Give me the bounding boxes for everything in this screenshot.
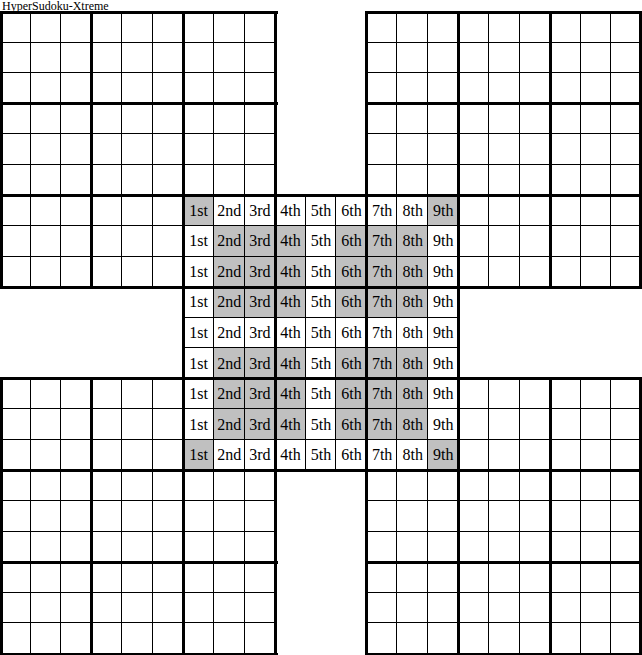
top-left-grid-cell[interactable]	[214, 134, 245, 165]
bottom-left-grid-cell[interactable]	[153, 409, 184, 440]
bottom-left-grid-cell[interactable]	[0, 501, 31, 532]
top-left-grid-cell[interactable]	[92, 195, 123, 226]
top-left-grid-cell[interactable]	[153, 226, 184, 257]
top-left-grid-cell[interactable]	[122, 195, 153, 226]
top-left-grid-cell[interactable]	[153, 195, 184, 226]
bottom-right-grid-cell[interactable]	[520, 440, 551, 471]
top-left-grid-cell[interactable]	[153, 73, 184, 104]
bottom-left-grid-cell[interactable]	[122, 593, 153, 624]
bottom-right-grid-cell[interactable]	[611, 379, 642, 410]
top-left-grid-cell[interactable]	[183, 165, 214, 196]
bottom-left-grid-cell[interactable]	[31, 562, 62, 593]
top-left-grid-cell[interactable]	[214, 104, 245, 135]
bottom-left-grid-cell[interactable]	[122, 532, 153, 563]
bottom-left-grid-cell[interactable]	[122, 471, 153, 502]
top-right-grid-cell[interactable]	[581, 226, 612, 257]
top-right-grid-cell[interactable]	[397, 12, 428, 43]
top-left-grid-cell[interactable]	[245, 104, 276, 135]
bottom-left-grid-cell[interactable]	[214, 532, 245, 563]
bottom-right-grid-cell[interactable]	[520, 409, 551, 440]
top-left-grid-cell[interactable]	[61, 12, 92, 43]
top-left-grid-cell[interactable]	[92, 43, 123, 74]
bottom-left-grid-cell[interactable]	[153, 593, 184, 624]
bottom-right-grid-cell[interactable]	[520, 471, 551, 502]
bottom-right-grid-cell[interactable]	[520, 562, 551, 593]
bottom-left-grid-cell[interactable]	[153, 562, 184, 593]
top-right-grid-cell[interactable]	[367, 43, 398, 74]
top-left-grid-cell[interactable]	[153, 104, 184, 135]
bottom-right-grid-cell[interactable]	[459, 532, 490, 563]
top-right-grid-cell[interactable]	[520, 43, 551, 74]
top-left-grid-cell[interactable]	[61, 257, 92, 288]
bottom-left-grid-cell[interactable]	[92, 562, 123, 593]
bottom-right-grid-cell[interactable]	[397, 593, 428, 624]
bottom-left-grid-cell[interactable]	[61, 501, 92, 532]
bottom-left-grid-cell[interactable]	[31, 501, 62, 532]
center-grid-cell-r3c3: 3rd	[245, 257, 276, 288]
top-right-grid-cell[interactable]	[459, 134, 490, 165]
bottom-left-grid-cell[interactable]	[92, 379, 123, 410]
top-right-grid-cell[interactable]	[581, 195, 612, 226]
top-left-grid-cell[interactable]	[31, 43, 62, 74]
top-left-grid-cell[interactable]	[0, 43, 31, 74]
bottom-left-grid-cell[interactable]	[245, 532, 276, 563]
bottom-right-grid-cell[interactable]	[489, 623, 520, 654]
top-left-grid-cell[interactable]	[122, 73, 153, 104]
bottom-left-grid-cell[interactable]	[92, 532, 123, 563]
top-right-grid-cell[interactable]	[550, 73, 581, 104]
bottom-left-grid-cell[interactable]	[31, 623, 62, 654]
bottom-left-grid-cell[interactable]	[183, 501, 214, 532]
center-grid-cell-r5c4: 4th	[275, 318, 306, 349]
bottom-right-grid-cell[interactable]	[459, 379, 490, 410]
bottom-right-grid-cell[interactable]	[520, 593, 551, 624]
bottom-right-grid-cell[interactable]	[489, 532, 520, 563]
bottom-left-grid-cell[interactable]	[0, 593, 31, 624]
top-right-grid-cell[interactable]	[489, 134, 520, 165]
bottom-right-grid-cell[interactable]	[459, 501, 490, 532]
top-left-grid-cell[interactable]	[214, 165, 245, 196]
top-left-grid-cell[interactable]	[245, 12, 276, 43]
bottom-left-grid-cell[interactable]	[245, 593, 276, 624]
top-left-grid-cell[interactable]	[153, 12, 184, 43]
center-grid-cell-r9c3: 3rd	[245, 440, 276, 471]
top-right-grid-cell[interactable]	[520, 104, 551, 135]
top-right-grid-cell[interactable]	[550, 12, 581, 43]
bottom-left-grid-cell[interactable]	[153, 532, 184, 563]
top-left-grid-cell[interactable]	[153, 43, 184, 74]
bottom-right-grid-cell[interactable]	[611, 562, 642, 593]
bottom-right-grid-cell[interactable]	[550, 532, 581, 563]
top-left-grid-cell[interactable]	[183, 12, 214, 43]
bottom-left-grid-cell[interactable]	[0, 562, 31, 593]
bottom-right-grid-cell[interactable]	[428, 471, 459, 502]
bottom-right-grid-cell[interactable]	[611, 623, 642, 654]
bottom-left-grid-cell[interactable]	[31, 532, 62, 563]
top-right-grid-cell[interactable]	[550, 165, 581, 196]
bottom-right-grid-cell[interactable]	[397, 623, 428, 654]
bottom-right-grid-cell[interactable]	[581, 562, 612, 593]
top-right-grid-cell[interactable]	[550, 195, 581, 226]
bottom-left-grid-cell[interactable]	[183, 471, 214, 502]
bottom-right-grid-cell[interactable]	[397, 501, 428, 532]
bottom-left-grid-cell[interactable]	[61, 593, 92, 624]
center-grid-cell-r8c6: 6th	[336, 409, 367, 440]
bottom-right-grid-cell[interactable]	[459, 623, 490, 654]
top-left-grid-cell[interactable]	[61, 104, 92, 135]
bottom-right-grid-cell[interactable]	[489, 471, 520, 502]
top-right-grid-cell[interactable]	[489, 73, 520, 104]
bottom-left-grid-cell[interactable]	[214, 471, 245, 502]
top-right-grid-cell[interactable]	[459, 73, 490, 104]
top-right-grid-cell[interactable]	[489, 226, 520, 257]
bottom-right-grid-cell[interactable]	[428, 501, 459, 532]
bottom-left-grid-cell[interactable]	[92, 501, 123, 532]
bottom-right-grid-cell[interactable]	[520, 501, 551, 532]
bottom-right-grid-cell[interactable]	[367, 471, 398, 502]
top-right-grid-cell[interactable]	[397, 165, 428, 196]
top-right-grid-cell[interactable]	[489, 43, 520, 74]
bottom-right-grid-cell[interactable]	[489, 440, 520, 471]
bottom-left-grid-cell[interactable]	[183, 532, 214, 563]
bottom-left-grid-cell[interactable]	[122, 440, 153, 471]
top-right-grid-cell[interactable]	[581, 104, 612, 135]
top-left-grid-cell[interactable]	[153, 165, 184, 196]
top-right-grid-cell[interactable]	[520, 134, 551, 165]
bottom-right-grid-cell[interactable]	[550, 623, 581, 654]
top-right-grid-cell[interactable]	[428, 43, 459, 74]
top-left-grid-cell[interactable]	[92, 104, 123, 135]
top-right-grid-cell[interactable]	[550, 134, 581, 165]
top-right-grid-cell[interactable]	[520, 73, 551, 104]
bottom-left-grid-cell[interactable]	[245, 562, 276, 593]
bottom-left-grid-cell[interactable]	[245, 501, 276, 532]
top-left-grid-cell[interactable]	[61, 195, 92, 226]
bottom-right-grid-cell[interactable]	[367, 501, 398, 532]
bottom-right-grid-cell[interactable]	[489, 501, 520, 532]
top-right-grid-cell[interactable]	[428, 165, 459, 196]
bottom-right-grid-cell[interactable]	[550, 471, 581, 502]
top-right-grid-cell[interactable]	[367, 104, 398, 135]
top-left-grid-cell[interactable]	[0, 226, 31, 257]
top-right-grid-cell[interactable]	[550, 257, 581, 288]
bottom-right-grid-cell[interactable]	[581, 471, 612, 502]
top-left-grid-cell[interactable]	[92, 226, 123, 257]
bottom-left-grid-cell[interactable]	[92, 471, 123, 502]
bottom-right-grid-cell[interactable]	[581, 532, 612, 563]
center-grid-cell-r8c1: 1st	[183, 409, 214, 440]
bottom-right-grid-cell[interactable]	[459, 409, 490, 440]
top-right-grid-cell[interactable]	[550, 104, 581, 135]
top-left-grid-cell[interactable]	[245, 134, 276, 165]
bottom-left-grid-cell[interactable]	[61, 379, 92, 410]
top-right-grid-cell[interactable]	[397, 134, 428, 165]
top-left-grid-cell[interactable]	[122, 12, 153, 43]
bottom-right-grid-cell[interactable]	[367, 562, 398, 593]
bottom-left-grid-cell[interactable]	[153, 623, 184, 654]
top-left-grid-cell[interactable]	[0, 257, 31, 288]
top-left-grid-cell[interactable]	[183, 104, 214, 135]
bottom-right-grid-cell[interactable]	[459, 471, 490, 502]
top-left-grid-cell[interactable]	[153, 134, 184, 165]
bottom-right-grid-cell[interactable]	[428, 562, 459, 593]
top-right-grid-cell[interactable]	[611, 43, 642, 74]
bottom-right-grid-cell[interactable]	[489, 562, 520, 593]
top-right-grid-cell[interactable]	[520, 195, 551, 226]
top-left-grid-cell[interactable]	[92, 165, 123, 196]
top-left-grid-cell[interactable]	[183, 43, 214, 74]
bottom-right-grid-cell[interactable]	[581, 379, 612, 410]
bottom-left-grid-cell[interactable]	[0, 623, 31, 654]
top-left-grid-cell[interactable]	[245, 165, 276, 196]
top-right-grid-cell[interactable]	[459, 195, 490, 226]
top-right-grid-cell[interactable]	[581, 12, 612, 43]
top-right-grid-cell[interactable]	[520, 12, 551, 43]
top-left-grid-cell[interactable]	[122, 43, 153, 74]
top-right-grid-cell[interactable]	[367, 134, 398, 165]
bottom-left-grid-cell[interactable]	[61, 562, 92, 593]
top-left-grid-cell[interactable]	[92, 12, 123, 43]
top-right-grid-cell[interactable]	[611, 165, 642, 196]
bottom-right-grid-cell[interactable]	[581, 501, 612, 532]
top-left-grid-cell[interactable]	[61, 73, 92, 104]
bottom-right-grid-cell[interactable]	[611, 532, 642, 563]
top-left-grid-cell[interactable]	[61, 165, 92, 196]
bottom-left-grid-cell[interactable]	[214, 562, 245, 593]
top-right-grid-cell[interactable]	[611, 226, 642, 257]
center-grid-cell-r6c9: 9th	[428, 348, 459, 379]
bottom-right-grid-cell[interactable]	[489, 593, 520, 624]
top-right-grid-cell[interactable]	[611, 12, 642, 43]
center-grid-cell-r1c7: 7th	[367, 195, 398, 226]
top-left-grid-cell[interactable]	[92, 73, 123, 104]
top-left-grid-cell[interactable]	[31, 165, 62, 196]
bottom-right-grid-cell[interactable]	[428, 532, 459, 563]
top-right-grid-cell[interactable]	[611, 134, 642, 165]
top-right-grid-cell[interactable]	[611, 195, 642, 226]
top-right-grid-cell[interactable]	[520, 257, 551, 288]
bottom-right-grid-cell[interactable]	[397, 562, 428, 593]
top-right-grid-cell[interactable]	[489, 257, 520, 288]
bottom-left-grid-cell[interactable]	[0, 409, 31, 440]
bottom-right-grid-cell[interactable]	[550, 440, 581, 471]
bottom-right-grid-cell[interactable]	[550, 562, 581, 593]
top-right-grid-cell[interactable]	[459, 257, 490, 288]
bottom-right-grid-cell[interactable]	[611, 471, 642, 502]
bottom-left-grid-cell[interactable]	[61, 409, 92, 440]
top-left-grid-cell[interactable]	[31, 104, 62, 135]
bottom-left-grid-cell[interactable]	[31, 471, 62, 502]
bottom-right-grid-cell[interactable]	[459, 562, 490, 593]
top-left-grid-cell[interactable]	[122, 165, 153, 196]
bottom-left-grid-cell[interactable]	[92, 409, 123, 440]
bottom-left-grid-cell[interactable]	[31, 593, 62, 624]
bottom-left-grid-cell[interactable]	[214, 623, 245, 654]
top-right-grid-cell[interactable]	[459, 104, 490, 135]
top-left-grid-hline	[0, 102, 278, 105]
bottom-left-grid-cell[interactable]	[153, 440, 184, 471]
top-right-grid-cell[interactable]	[581, 257, 612, 288]
top-left-grid-cell[interactable]	[92, 134, 123, 165]
bottom-left-grid-cell[interactable]	[153, 501, 184, 532]
top-right-grid-cell[interactable]	[428, 104, 459, 135]
top-left-grid-cell[interactable]	[0, 134, 31, 165]
top-left-grid-cell[interactable]	[214, 73, 245, 104]
top-left-grid-cell[interactable]	[31, 226, 62, 257]
bottom-left-grid-cell[interactable]	[153, 379, 184, 410]
bottom-left-grid-cell[interactable]	[0, 379, 31, 410]
top-right-grid-cell[interactable]	[397, 73, 428, 104]
top-left-grid-cell[interactable]	[31, 12, 62, 43]
bottom-left-grid-cell[interactable]	[122, 623, 153, 654]
bottom-left-grid-cell[interactable]	[61, 532, 92, 563]
top-right-grid-cell[interactable]	[428, 12, 459, 43]
top-left-grid-cell[interactable]	[61, 134, 92, 165]
bottom-right-grid-cell[interactable]	[428, 593, 459, 624]
center-grid-cell-r3c5: 5th	[306, 257, 337, 288]
top-right-grid-cell[interactable]	[581, 134, 612, 165]
bottom-right-grid-cell[interactable]	[428, 623, 459, 654]
bottom-left-grid-cell[interactable]	[31, 379, 62, 410]
top-left-grid-cell[interactable]	[245, 73, 276, 104]
top-left-grid-cell[interactable]	[31, 73, 62, 104]
top-left-grid-cell[interactable]	[245, 43, 276, 74]
bottom-right-grid-cell[interactable]	[520, 379, 551, 410]
center-grid-cell-r1c4: 4th	[275, 195, 306, 226]
bottom-right-grid-cell[interactable]	[367, 623, 398, 654]
bottom-left-grid-cell[interactable]	[122, 501, 153, 532]
center-grid-cell-r4c3: 3rd	[245, 287, 276, 318]
top-left-grid-cell[interactable]	[0, 195, 31, 226]
top-left-grid-cell[interactable]	[31, 195, 62, 226]
bottom-left-grid-cell[interactable]	[31, 440, 62, 471]
bottom-left-grid-cell[interactable]	[183, 593, 214, 624]
top-right-grid-cell[interactable]	[367, 12, 398, 43]
bottom-right-grid-cell[interactable]	[581, 440, 612, 471]
top-right-grid-cell[interactable]	[611, 104, 642, 135]
bottom-left-grid-cell[interactable]	[214, 593, 245, 624]
top-right-grid-cell[interactable]	[581, 43, 612, 74]
top-right-grid-cell[interactable]	[367, 73, 398, 104]
bottom-right-grid-cell[interactable]	[489, 409, 520, 440]
top-right-grid-cell[interactable]	[581, 165, 612, 196]
top-right-grid-cell[interactable]	[459, 43, 490, 74]
bottom-left-grid-cell[interactable]	[183, 562, 214, 593]
bottom-right-grid-cell[interactable]	[611, 409, 642, 440]
bottom-left-grid-cell[interactable]	[122, 379, 153, 410]
top-left-grid-cell[interactable]	[92, 257, 123, 288]
top-left-grid-cell[interactable]	[0, 104, 31, 135]
bottom-left-grid-cell[interactable]	[0, 471, 31, 502]
bottom-left-grid-cell[interactable]	[61, 471, 92, 502]
top-right-grid-cell[interactable]	[550, 226, 581, 257]
top-right-grid-cell[interactable]	[397, 104, 428, 135]
top-left-grid-cell[interactable]	[31, 257, 62, 288]
bottom-left-grid-cell[interactable]	[0, 532, 31, 563]
top-left-grid-cell[interactable]	[122, 257, 153, 288]
top-right-grid-cell[interactable]	[611, 257, 642, 288]
top-left-grid-cell[interactable]	[61, 226, 92, 257]
bottom-right-grid-cell[interactable]	[550, 379, 581, 410]
top-right-grid-cell[interactable]	[520, 165, 551, 196]
bottom-right-grid-cell[interactable]	[397, 471, 428, 502]
bottom-right-grid-cell[interactable]	[489, 379, 520, 410]
bottom-right-grid-cell[interactable]	[367, 532, 398, 563]
top-right-grid-cell[interactable]	[428, 73, 459, 104]
top-right-grid-cell[interactable]	[489, 165, 520, 196]
top-left-grid-cell[interactable]	[0, 73, 31, 104]
bottom-right-grid-cell[interactable]	[367, 593, 398, 624]
bottom-left-grid-cell[interactable]	[61, 440, 92, 471]
top-right-grid-cell[interactable]	[489, 195, 520, 226]
bottom-left-grid-cell[interactable]	[92, 440, 123, 471]
bottom-left-grid-cell[interactable]	[245, 623, 276, 654]
top-left-grid-cell[interactable]	[153, 257, 184, 288]
bottom-left-grid-cell[interactable]	[92, 593, 123, 624]
bottom-right-grid-cell[interactable]	[611, 501, 642, 532]
top-right-grid-cell[interactable]	[611, 73, 642, 104]
top-right-grid-cell[interactable]	[397, 43, 428, 74]
top-left-grid-cell[interactable]	[122, 104, 153, 135]
top-left-grid-cell[interactable]	[214, 12, 245, 43]
bottom-right-grid-cell[interactable]	[520, 532, 551, 563]
bottom-right-grid-cell[interactable]	[459, 593, 490, 624]
top-right-grid-cell[interactable]	[489, 12, 520, 43]
bottom-right-grid-cell[interactable]	[611, 440, 642, 471]
center-grid-cell-r8c7: 7th	[367, 409, 398, 440]
bottom-left-grid-cell[interactable]	[183, 623, 214, 654]
top-right-grid-cell[interactable]	[459, 226, 490, 257]
top-left-grid-cell[interactable]	[122, 226, 153, 257]
top-left-grid-cell[interactable]	[31, 134, 62, 165]
top-left-grid-cell[interactable]	[183, 73, 214, 104]
top-left-grid-cell[interactable]	[183, 134, 214, 165]
bottom-left-grid-cell[interactable]	[122, 562, 153, 593]
bottom-right-grid-cell[interactable]	[550, 409, 581, 440]
top-left-grid-cell[interactable]	[214, 43, 245, 74]
bottom-left-grid-cell[interactable]	[31, 409, 62, 440]
bottom-right-grid-cell[interactable]	[550, 593, 581, 624]
top-right-grid-cell[interactable]	[459, 12, 490, 43]
bottom-right-grid-cell[interactable]	[459, 440, 490, 471]
bottom-right-grid-cell[interactable]	[520, 623, 551, 654]
top-right-grid-cell[interactable]	[459, 165, 490, 196]
bottom-left-grid-cell[interactable]	[0, 440, 31, 471]
bottom-right-grid-cell[interactable]	[581, 593, 612, 624]
top-left-grid-cell[interactable]	[0, 12, 31, 43]
top-right-grid-cell[interactable]	[550, 43, 581, 74]
bottom-left-grid-cell[interactable]	[92, 623, 123, 654]
bottom-left-grid-cell[interactable]	[122, 409, 153, 440]
bottom-right-grid-cell[interactable]	[581, 409, 612, 440]
bottom-left-grid-cell[interactable]	[245, 471, 276, 502]
top-right-grid-cell[interactable]	[489, 104, 520, 135]
bottom-right-grid-cell[interactable]	[611, 593, 642, 624]
bottom-left-grid-cell[interactable]	[153, 471, 184, 502]
top-right-grid-cell[interactable]	[520, 226, 551, 257]
top-right-grid-cell[interactable]	[581, 73, 612, 104]
top-right-grid-cell[interactable]	[367, 165, 398, 196]
top-left-grid-cell[interactable]	[0, 165, 31, 196]
top-left-grid-cell[interactable]	[122, 134, 153, 165]
bottom-left-grid-cell[interactable]	[214, 501, 245, 532]
bottom-right-grid-cell[interactable]	[581, 623, 612, 654]
bottom-right-grid-cell[interactable]	[550, 501, 581, 532]
top-right-grid-cell[interactable]	[428, 134, 459, 165]
bottom-left-grid-cell[interactable]	[61, 623, 92, 654]
top-left-grid-cell[interactable]	[61, 43, 92, 74]
bottom-right-grid-cell[interactable]	[397, 532, 428, 563]
